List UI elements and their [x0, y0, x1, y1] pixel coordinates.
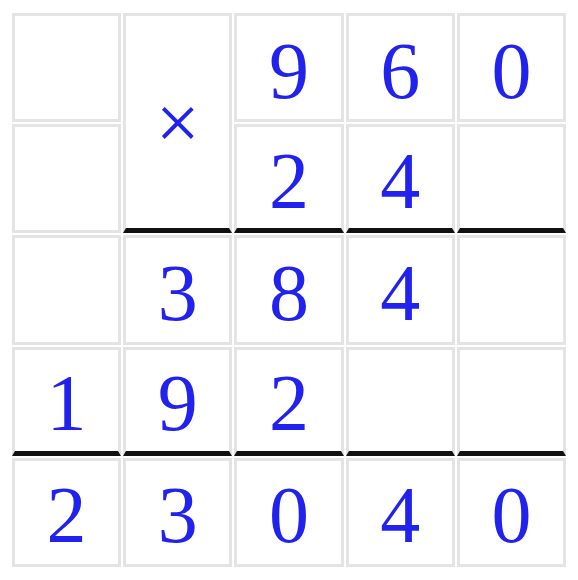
worksheet: ×9602438419223040: [12, 13, 566, 567]
cell-r4c4: [346, 347, 455, 456]
cell-r2c3: 2: [234, 124, 343, 233]
digit: 6: [380, 31, 420, 111]
cell-r1c5: 0: [457, 13, 566, 122]
digit: 3: [158, 475, 198, 555]
multiply-icon: ×: [156, 84, 200, 162]
cell-r1c2: ×: [123, 13, 232, 233]
cell-r3c4: 4: [346, 235, 455, 344]
cell-r1c3: 9: [234, 13, 343, 122]
digit: 3: [158, 253, 198, 333]
cell-r1c4: 6: [346, 13, 455, 122]
cell-r2c1: [12, 124, 121, 233]
digit: 0: [491, 475, 531, 555]
cell-r3c5: [457, 235, 566, 344]
digit: 4: [380, 475, 420, 555]
digit: 9: [269, 31, 309, 111]
cell-r5c5: 0: [457, 458, 566, 567]
cell-r4c1: 1: [12, 347, 121, 456]
digit: 8: [269, 253, 309, 333]
cell-r4c2: 9: [123, 347, 232, 456]
cell-r3c2: 3: [123, 235, 232, 344]
digit: 0: [491, 31, 531, 111]
digit: 4: [380, 253, 420, 333]
cell-r3c3: 8: [234, 235, 343, 344]
digit: 4: [380, 141, 420, 221]
cell-r2c4: 4: [346, 124, 455, 233]
digit: 1: [47, 363, 87, 443]
cell-r5c4: 4: [346, 458, 455, 567]
digit: 2: [269, 141, 309, 221]
cell-r1c1: [12, 13, 121, 122]
cell-r5c1: 2: [12, 458, 121, 567]
digit: 9: [158, 363, 198, 443]
cell-r4c3: 2: [234, 347, 343, 456]
digit: 2: [47, 475, 87, 555]
cell-r4c5: [457, 347, 566, 456]
cell-r2c5: [457, 124, 566, 233]
multiplication-grid: ×9602438419223040: [12, 13, 566, 567]
cell-r5c3: 0: [234, 458, 343, 567]
cell-r3c1: [12, 235, 121, 344]
digit: 0: [269, 475, 309, 555]
cell-r5c2: 3: [123, 458, 232, 567]
digit: 2: [269, 363, 309, 443]
